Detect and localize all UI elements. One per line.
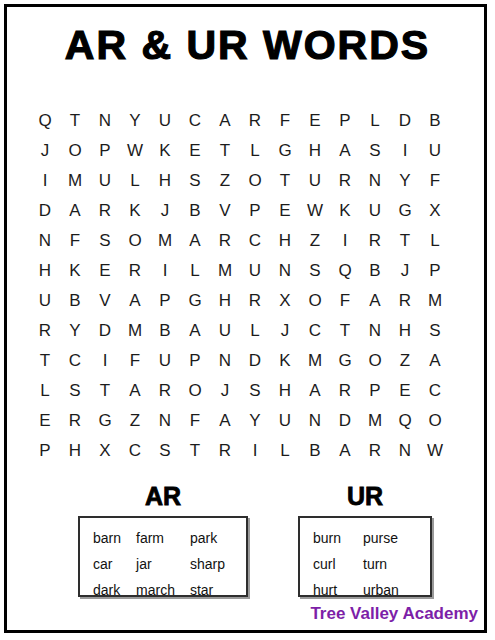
grid-cell: O: [240, 166, 270, 196]
grid-cell: Y: [60, 316, 90, 346]
grid-cell: S: [360, 136, 390, 166]
grid-cell: M: [420, 286, 450, 316]
grid-cell: X: [270, 286, 300, 316]
word-item: turn: [363, 551, 399, 577]
grid-cell: I: [390, 136, 420, 166]
grid-cell: C: [420, 376, 450, 406]
word-item: burn: [313, 525, 341, 551]
word-item: star: [190, 577, 225, 603]
grid-cell: P: [90, 136, 120, 166]
grid-cell: M: [300, 346, 330, 376]
grid-cell: I: [150, 256, 180, 286]
grid-cell: S: [420, 316, 450, 346]
grid-cell: G: [180, 286, 210, 316]
word-search-grid: QTNYUCARFEPLDBJOPWKETLGHASIUIMULHSZOTURN…: [30, 106, 450, 466]
grid-cell: U: [300, 166, 330, 196]
grid-cell: U: [420, 136, 450, 166]
grid-cell: N: [90, 106, 120, 136]
grid-cell: R: [240, 286, 270, 316]
grid-cell: P: [150, 286, 180, 316]
word-item: hurt: [313, 577, 341, 603]
grid-cell: T: [270, 166, 300, 196]
word-column: purseturnurban: [363, 525, 399, 588]
grid-cell: C: [240, 226, 270, 256]
grid-cell: H: [270, 376, 300, 406]
grid-cell: K: [270, 346, 300, 376]
grid-cell: A: [60, 196, 90, 226]
grid-cell: G: [270, 136, 300, 166]
grid-cell: T: [30, 346, 60, 376]
grid-cell: S: [300, 256, 330, 286]
grid-cell: C: [60, 346, 90, 376]
grid-cell: A: [330, 436, 360, 466]
grid-cell: O: [120, 226, 150, 256]
grid-cell: B: [180, 196, 210, 226]
grid-cell: O: [300, 286, 330, 316]
grid-cell: R: [360, 436, 390, 466]
grid-cell: R: [210, 436, 240, 466]
grid-cell: P: [420, 256, 450, 286]
grid-cell: U: [240, 256, 270, 286]
grid-cell: U: [150, 106, 180, 136]
grid-cell: H: [390, 316, 420, 346]
word-column: farmjarmarch: [136, 525, 175, 588]
grid-cell: Q: [30, 106, 60, 136]
grid-cell: E: [30, 406, 60, 436]
grid-cell: H: [300, 136, 330, 166]
grid-cell: D: [30, 196, 60, 226]
grid-cell: P: [360, 376, 390, 406]
grid-cell: N: [150, 406, 180, 436]
grid-cell: D: [240, 346, 270, 376]
word-item: urban: [363, 577, 399, 603]
grid-cell: D: [330, 406, 360, 436]
grid-cell: O: [180, 376, 210, 406]
grid-cell: H: [210, 286, 240, 316]
grid-cell: J: [150, 196, 180, 226]
grid-cell: S: [60, 376, 90, 406]
grid-cell: N: [210, 346, 240, 376]
grid-cell: F: [270, 106, 300, 136]
word-column: parksharpstar: [190, 525, 225, 588]
grid-cell: T: [330, 316, 360, 346]
grid-cell: Z: [210, 166, 240, 196]
grid-cell: R: [90, 196, 120, 226]
grid-cell: R: [60, 406, 90, 436]
grid-cell: L: [180, 256, 210, 286]
grid-cell: A: [210, 406, 240, 436]
grid-cell: B: [150, 316, 180, 346]
grid-cell: E: [300, 106, 330, 136]
grid-cell: P: [180, 346, 210, 376]
grid-cell: W: [120, 136, 150, 166]
grid-cell: E: [390, 376, 420, 406]
grid-cell: G: [330, 346, 360, 376]
grid-cell: D: [390, 106, 420, 136]
grid-cell: C: [180, 106, 210, 136]
grid-cell: P: [240, 196, 270, 226]
grid-cell: H: [270, 226, 300, 256]
grid-cell: R: [330, 376, 360, 406]
grid-cell: N: [300, 406, 330, 436]
grid-cell: B: [420, 106, 450, 136]
word-item: jar: [136, 551, 175, 577]
grid-cell: A: [120, 286, 150, 316]
grid-cell: Z: [390, 346, 420, 376]
grid-cell: X: [90, 436, 120, 466]
word-item: park: [190, 525, 225, 551]
word-item: sharp: [190, 551, 225, 577]
grid-cell: K: [60, 256, 90, 286]
grid-cell: Y: [390, 166, 420, 196]
grid-cell: J: [30, 136, 60, 166]
grid-cell: L: [240, 316, 270, 346]
grid-cell: Z: [300, 226, 330, 256]
grid-cell: N: [360, 166, 390, 196]
grid-cell: F: [420, 166, 450, 196]
grid-cell: O: [60, 136, 90, 166]
grid-cell: A: [210, 106, 240, 136]
word-list-ar: AR barncardarkfarmjarmarchparksharpstar: [78, 482, 248, 597]
grid-cell: I: [330, 226, 360, 256]
word-item: farm: [136, 525, 175, 551]
word-item: march: [136, 577, 175, 603]
grid-cell: R: [210, 226, 240, 256]
grid-cell: N: [360, 316, 390, 346]
grid-cell: T: [210, 136, 240, 166]
grid-cell: I: [90, 346, 120, 376]
grid-cell: T: [180, 436, 210, 466]
grid-cell: I: [240, 436, 270, 466]
grid-cell: K: [120, 196, 150, 226]
grid-cell: E: [180, 136, 210, 166]
grid-cell: U: [90, 166, 120, 196]
grid-cell: L: [120, 166, 150, 196]
grid-cell: U: [150, 346, 180, 376]
grid-cell: H: [150, 166, 180, 196]
grid-cell: J: [390, 256, 420, 286]
page-title: AR & UR WORDS: [0, 22, 495, 69]
grid-cell: E: [270, 196, 300, 226]
grid-cell: U: [270, 406, 300, 436]
grid-cell: A: [300, 376, 330, 406]
grid-cell: A: [180, 316, 210, 346]
grid-cell: R: [330, 166, 360, 196]
word-list-ur: UR burncurlhurtpurseturnurban: [298, 482, 432, 597]
grid-cell: R: [390, 286, 420, 316]
grid-cell: U: [210, 316, 240, 346]
grid-cell: G: [390, 196, 420, 226]
grid-cell: X: [420, 196, 450, 226]
grid-cell: A: [180, 226, 210, 256]
grid-cell: N: [390, 436, 420, 466]
grid-cell: Y: [120, 106, 150, 136]
grid-cell: L: [30, 376, 60, 406]
grid-cell: E: [90, 256, 120, 286]
grid-cell: P: [330, 106, 360, 136]
word-list-ur-box: burncurlhurtpurseturnurban: [298, 516, 432, 597]
grid-cell: W: [420, 436, 450, 466]
grid-cell: V: [90, 286, 120, 316]
grid-cell: M: [120, 316, 150, 346]
grid-cell: F: [330, 286, 360, 316]
grid-cell: Q: [330, 256, 360, 286]
grid-cell: I: [30, 166, 60, 196]
grid-cell: A: [360, 286, 390, 316]
grid-cell: M: [150, 226, 180, 256]
grid-cell: A: [420, 346, 450, 376]
grid-cell: T: [60, 106, 90, 136]
grid-cell: B: [300, 436, 330, 466]
grid-cell: R: [360, 226, 390, 256]
word-list-ur-header: UR: [298, 482, 432, 511]
grid-cell: M: [360, 406, 390, 436]
grid-cell: U: [360, 196, 390, 226]
grid-cell: F: [60, 226, 90, 256]
grid-cell: T: [90, 376, 120, 406]
word-item: purse: [363, 525, 399, 551]
grid-cell: B: [360, 256, 390, 286]
grid-cell: H: [60, 436, 90, 466]
grid-cell: R: [30, 316, 60, 346]
grid-cell: M: [210, 256, 240, 286]
grid-cell: S: [240, 376, 270, 406]
word-column: barncardark: [93, 525, 121, 588]
grid-cell: J: [210, 376, 240, 406]
grid-cell: L: [270, 436, 300, 466]
word-item: car: [93, 551, 121, 577]
grid-cell: Y: [240, 406, 270, 436]
grid-cell: Q: [390, 406, 420, 436]
grid-cell: L: [240, 136, 270, 166]
grid-cell: V: [210, 196, 240, 226]
word-list-ar-box: barncardarkfarmjarmarchparksharpstar: [78, 516, 248, 597]
grid-cell: B: [60, 286, 90, 316]
word-item: dark: [93, 577, 121, 603]
grid-cell: A: [330, 136, 360, 166]
word-item: curl: [313, 551, 341, 577]
grid-cell: L: [360, 106, 390, 136]
grid-cell: O: [420, 406, 450, 436]
grid-cell: D: [90, 316, 120, 346]
grid-cell: T: [390, 226, 420, 256]
grid-cell: N: [30, 226, 60, 256]
grid-cell: O: [360, 346, 390, 376]
grid-cell: S: [90, 226, 120, 256]
grid-cell: F: [180, 406, 210, 436]
word-list-ar-header: AR: [78, 482, 248, 511]
grid-cell: C: [300, 316, 330, 346]
worksheet-page: AR & UR WORDS QTNYUCARFEPLDBJOPWKETLGHAS…: [0, 0, 495, 640]
grid-cell: U: [30, 286, 60, 316]
grid-cell: R: [240, 106, 270, 136]
grid-cell: F: [120, 346, 150, 376]
grid-cell: R: [120, 256, 150, 286]
grid-cell: G: [90, 406, 120, 436]
grid-cell: S: [150, 436, 180, 466]
grid-cell: K: [330, 196, 360, 226]
grid-cell: R: [150, 376, 180, 406]
grid-cell: A: [120, 376, 150, 406]
grid-cell: H: [30, 256, 60, 286]
grid-cell: P: [30, 436, 60, 466]
grid-cell: M: [60, 166, 90, 196]
grid-cell: W: [300, 196, 330, 226]
grid-cell: K: [150, 136, 180, 166]
grid-cell: Z: [120, 406, 150, 436]
grid-cell: L: [420, 226, 450, 256]
word-item: barn: [93, 525, 121, 551]
grid-cell: J: [270, 316, 300, 346]
credit-text: Tree Valley Academy: [310, 604, 478, 624]
grid-cell: S: [180, 166, 210, 196]
grid-cell: C: [120, 436, 150, 466]
grid-cell: N: [270, 256, 300, 286]
word-column: burncurlhurt: [313, 525, 341, 588]
